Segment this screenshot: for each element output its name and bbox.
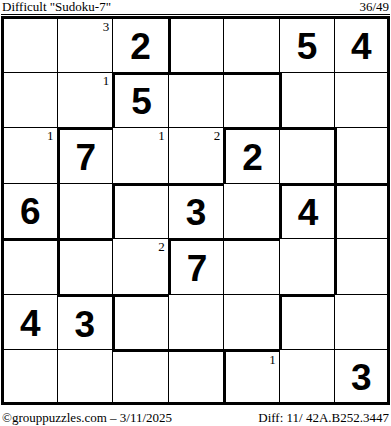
pencil-mark: 1	[269, 352, 276, 367]
cell-r1c7[interactable]: 4	[334, 16, 390, 72]
cell-r1c6[interactable]: 5	[279, 16, 335, 72]
puzzle-title: Difficult "Sudoku-7"	[2, 0, 111, 13]
cell-r3c5[interactable]: 2	[223, 127, 279, 183]
cell-value: 7	[76, 137, 97, 176]
progress-counter: 36/49	[359, 0, 389, 13]
cell-value: 5	[297, 26, 318, 65]
cell-r7c2[interactable]	[57, 349, 113, 405]
cell-r5c3[interactable]: 2	[112, 238, 168, 294]
cell-r7c7[interactable]: 3	[334, 349, 390, 405]
cell-r3c2[interactable]: 7	[57, 127, 113, 183]
cell-value: 2	[130, 26, 151, 65]
cell-r5c2[interactable]	[57, 238, 113, 294]
puzzle-page: Difficult "Sudoku-7" 36/49 3254151712263…	[0, 0, 391, 426]
cell-value: 2	[242, 137, 263, 176]
cell-r5c7[interactable]	[334, 238, 390, 294]
cell-r2c4[interactable]	[168, 72, 224, 128]
cell-r6c3[interactable]	[112, 294, 168, 350]
pencil-mark: 3	[103, 19, 110, 34]
cell-r1c3[interactable]: 2	[112, 16, 168, 72]
cell-r3c3[interactable]: 1	[112, 127, 168, 183]
cell-value: 5	[131, 81, 152, 120]
cell-r6c1[interactable]: 4	[1, 294, 57, 350]
cell-r6c2[interactable]: 3	[57, 294, 113, 350]
cell-r4c1[interactable]: 6	[1, 183, 57, 239]
cell-r2c6[interactable]	[279, 72, 335, 128]
cell-r4c3[interactable]	[112, 183, 168, 239]
cell-r5c4[interactable]: 7	[168, 238, 224, 294]
footer: ©grouppuzzles.com – 3/11/2025 Diff: 11/ …	[1, 405, 390, 426]
cell-r2c3[interactable]: 5	[112, 72, 168, 128]
pencil-mark: 1	[103, 73, 110, 88]
cell-value: 4	[351, 26, 372, 65]
pencil-mark: 2	[158, 239, 165, 254]
cell-value: 3	[351, 357, 372, 396]
cell-r3c6[interactable]	[279, 127, 335, 183]
cell-r6c5[interactable]	[223, 294, 279, 350]
cell-r4c2[interactable]	[57, 183, 113, 239]
cell-r7c6[interactable]	[279, 349, 335, 405]
cell-value: 3	[186, 192, 207, 231]
cell-r7c1[interactable]	[1, 349, 57, 405]
cell-r2c7[interactable]	[334, 72, 390, 128]
cell-r1c1[interactable]	[1, 16, 57, 72]
cell-r2c2[interactable]: 1	[57, 72, 113, 128]
header: Difficult "Sudoku-7" 36/49	[1, 0, 390, 15]
cell-r1c4[interactable]	[168, 16, 224, 72]
difficulty-code: Diff: 11/ 42A.B252.3447	[258, 410, 389, 426]
cell-r3c7[interactable]	[334, 127, 390, 183]
pencil-mark: 1	[158, 128, 165, 143]
cell-r7c3[interactable]	[112, 349, 168, 405]
cell-r1c5[interactable]	[223, 16, 279, 72]
cell-r2c5[interactable]	[223, 72, 279, 128]
cell-r4c4[interactable]: 3	[168, 183, 224, 239]
cell-r7c4[interactable]	[168, 349, 224, 405]
sudoku-board: 32541517122634274313	[1, 16, 390, 405]
cell-value: 7	[187, 248, 208, 287]
cell-r5c5[interactable]	[223, 238, 279, 294]
cell-r6c4[interactable]	[168, 294, 224, 350]
cell-r4c7[interactable]	[334, 183, 390, 239]
cell-r6c7[interactable]	[334, 294, 390, 350]
cell-r4c5[interactable]	[223, 183, 279, 239]
cell-value: 4	[20, 303, 41, 342]
cell-r3c1[interactable]: 1	[1, 127, 57, 183]
cell-value: 3	[75, 304, 96, 343]
pencil-mark: 2	[214, 128, 221, 143]
pencil-mark: 1	[47, 128, 54, 143]
cell-value: 4	[298, 192, 319, 231]
cell-r4c6[interactable]: 4	[279, 183, 335, 239]
cell-r5c6[interactable]	[279, 238, 335, 294]
cell-r5c1[interactable]	[1, 238, 57, 294]
cell-r1c2[interactable]: 3	[57, 16, 113, 72]
cell-r2c1[interactable]	[1, 72, 57, 128]
cell-r3c4[interactable]: 2	[168, 127, 224, 183]
cell-value: 6	[20, 191, 41, 230]
cell-r7c5[interactable]: 1	[223, 349, 279, 405]
copyright-date: ©grouppuzzles.com – 3/11/2025	[2, 410, 172, 426]
cell-r6c6[interactable]	[279, 294, 335, 350]
